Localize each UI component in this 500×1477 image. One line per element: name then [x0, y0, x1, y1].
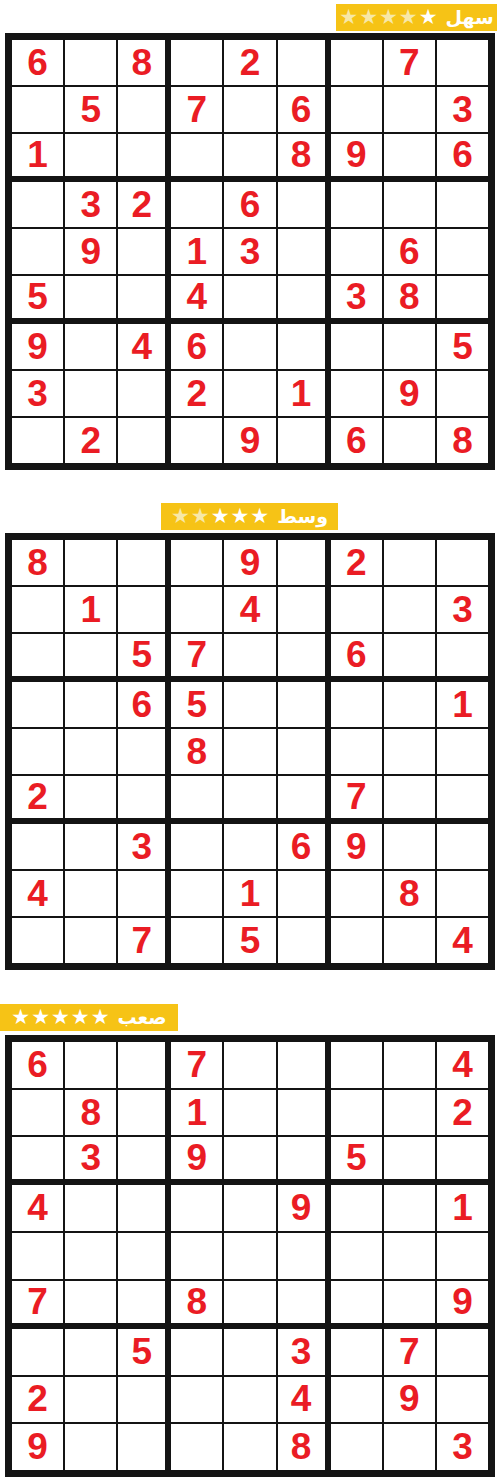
cell-easy-r5c8: 6 [383, 228, 436, 275]
cell-hard-r8c1: 2 [11, 1376, 64, 1424]
cell-hard-r4c8[interactable] [383, 1184, 436, 1232]
star-rating-medium: ★★★★★ [171, 506, 270, 527]
cell-hard-r2c8[interactable] [383, 1089, 436, 1137]
cell-easy-r7c5[interactable] [223, 323, 276, 370]
cell-hard-r5c3[interactable] [117, 1232, 170, 1280]
cell-easy-r8c8: 9 [383, 370, 436, 417]
cell-medium-r1c4[interactable] [170, 539, 223, 586]
cell-easy-r5c7[interactable] [330, 228, 383, 275]
cell-easy-r9c2: 2 [64, 417, 117, 464]
sudoku-grid-easy: 68275763189632691365438946532192968 [5, 33, 495, 470]
cell-medium-r7c4[interactable] [170, 823, 223, 870]
cell-hard-r9c7[interactable] [330, 1423, 383, 1471]
cell-medium-r7c1[interactable] [11, 823, 64, 870]
cell-easy-r6c8: 8 [383, 275, 436, 323]
difficulty-banner-medium: ★★★★★ وسط [161, 503, 338, 530]
cell-hard-r9c9: 3 [436, 1423, 489, 1471]
cell-hard-r6c4: 8 [170, 1280, 223, 1328]
cell-easy-r2c7[interactable] [330, 86, 383, 133]
cell-hard-r7c1[interactable] [11, 1328, 64, 1376]
cell-easy-r6c6[interactable] [277, 275, 330, 323]
cell-easy-r9c4[interactable] [170, 417, 223, 464]
cell-medium-r5c6[interactable] [277, 728, 330, 775]
cell-easy-r5c6[interactable] [277, 228, 330, 275]
cell-easy-r9c9: 8 [436, 417, 489, 464]
cell-easy-r2c8[interactable] [383, 86, 436, 133]
cell-medium-r8c1: 4 [11, 870, 64, 917]
star-filled-icon: ★ [11, 1005, 31, 1029]
cell-easy-r5c5: 3 [223, 228, 276, 275]
cell-medium-r1c3[interactable] [117, 539, 170, 586]
cell-medium-r2c1[interactable] [11, 586, 64, 633]
cell-medium-r4c5[interactable] [223, 681, 276, 728]
cell-hard-r9c6: 8 [277, 1423, 330, 1471]
cell-hard-r8c5[interactable] [223, 1376, 276, 1424]
cell-easy-r8c6: 1 [277, 370, 330, 417]
cell-medium-r4c1[interactable] [11, 681, 64, 728]
cell-medium-r9c3: 7 [117, 917, 170, 964]
cell-easy-r4c8[interactable] [383, 181, 436, 228]
cell-easy-r9c5: 9 [223, 417, 276, 464]
cell-easy-r8c9[interactable] [436, 370, 489, 417]
cell-easy-r1c8: 7 [383, 39, 436, 86]
cell-hard-r3c1[interactable] [11, 1136, 64, 1184]
cell-hard-r6c3[interactable] [117, 1280, 170, 1328]
cell-hard-r1c1: 6 [11, 1041, 64, 1089]
cell-medium-r8c3[interactable] [117, 870, 170, 917]
star-empty-icon: ★ [339, 5, 359, 29]
cell-easy-r9c6[interactable] [277, 417, 330, 464]
cell-easy-r5c9[interactable] [436, 228, 489, 275]
cell-medium-r2c9: 3 [436, 586, 489, 633]
cell-hard-r4c7[interactable] [330, 1184, 383, 1232]
cell-easy-r7c7[interactable] [330, 323, 383, 370]
cell-medium-r6c1: 2 [11, 775, 64, 823]
cell-easy-r7c1: 9 [11, 323, 64, 370]
cell-medium-r2c2: 1 [64, 586, 117, 633]
cell-hard-r7c8: 7 [383, 1328, 436, 1376]
cell-medium-r2c4[interactable] [170, 586, 223, 633]
cell-hard-r6c2[interactable] [64, 1280, 117, 1328]
cell-easy-r2c5[interactable] [223, 86, 276, 133]
cell-easy-r3c8[interactable] [383, 133, 436, 181]
cell-easy-r2c3[interactable] [117, 86, 170, 133]
sudoku-page: ★★★★★ سهل 682757631896326913654389465321… [0, 0, 500, 1477]
cell-easy-r8c3[interactable] [117, 370, 170, 417]
cell-hard-r9c2[interactable] [64, 1423, 117, 1471]
cell-easy-r7c9: 5 [436, 323, 489, 370]
cell-medium-r3c3: 5 [117, 633, 170, 681]
cell-easy-r4c5: 6 [223, 181, 276, 228]
difficulty-label-easy: سهل [445, 8, 493, 27]
cell-medium-r1c9[interactable] [436, 539, 489, 586]
cell-easy-r9c3[interactable] [117, 417, 170, 464]
cell-medium-r6c5[interactable] [223, 775, 276, 823]
cell-easy-r9c7: 6 [330, 417, 383, 464]
star-filled-icon: ★ [51, 1005, 71, 1029]
cell-hard-r1c5[interactable] [223, 1041, 276, 1089]
cell-medium-r4c7[interactable] [330, 681, 383, 728]
cell-easy-r5c2: 9 [64, 228, 117, 275]
cell-easy-r2c2: 5 [64, 86, 117, 133]
cell-medium-r6c8[interactable] [383, 775, 436, 823]
cell-medium-r9c4[interactable] [170, 917, 223, 964]
cell-medium-r8c2[interactable] [64, 870, 117, 917]
cell-hard-r6c7[interactable] [330, 1280, 383, 1328]
cell-medium-r5c9[interactable] [436, 728, 489, 775]
difficulty-banner-hard: ★★★★★ صعب [0, 1004, 178, 1031]
cell-easy-r1c3: 8 [117, 39, 170, 86]
cell-easy-r3c4[interactable] [170, 133, 223, 181]
difficulty-label-medium: وسط [277, 507, 328, 526]
cell-medium-r7c3: 3 [117, 823, 170, 870]
cell-medium-r5c4: 8 [170, 728, 223, 775]
cell-hard-r6c6[interactable] [277, 1280, 330, 1328]
cell-medium-r1c7: 2 [330, 539, 383, 586]
cell-medium-r8c5: 1 [223, 870, 276, 917]
cell-hard-r9c3[interactable] [117, 1423, 170, 1471]
star-empty-icon: ★ [171, 504, 191, 528]
cell-medium-r6c4[interactable] [170, 775, 223, 823]
cell-hard-r5c5[interactable] [223, 1232, 276, 1280]
cell-hard-r5c7[interactable] [330, 1232, 383, 1280]
cell-easy-r6c1: 5 [11, 275, 64, 323]
cell-medium-r9c6[interactable] [277, 917, 330, 964]
cell-medium-r2c8[interactable] [383, 586, 436, 633]
cell-hard-r2c4: 1 [170, 1089, 223, 1137]
cell-hard-r1c8[interactable] [383, 1041, 436, 1089]
cell-hard-r9c8[interactable] [383, 1423, 436, 1471]
cell-hard-r3c6[interactable] [277, 1136, 330, 1184]
cell-easy-r7c8[interactable] [383, 323, 436, 370]
cell-medium-r5c1[interactable] [11, 728, 64, 775]
cell-medium-r9c5: 5 [223, 917, 276, 964]
cell-medium-r8c4[interactable] [170, 870, 223, 917]
cell-medium-r6c2[interactable] [64, 775, 117, 823]
cell-hard-r6c9: 9 [436, 1280, 489, 1328]
cell-medium-r5c8[interactable] [383, 728, 436, 775]
cell-hard-r9c1: 9 [11, 1423, 64, 1471]
cell-medium-r7c6: 6 [277, 823, 330, 870]
cell-medium-r3c7: 6 [330, 633, 383, 681]
cell-medium-r7c9[interactable] [436, 823, 489, 870]
cell-hard-r7c4[interactable] [170, 1328, 223, 1376]
cell-easy-r8c1: 3 [11, 370, 64, 417]
sudoku-grid-hard: 674812395491789537249983 [5, 1035, 495, 1477]
cell-easy-r6c9[interactable] [436, 275, 489, 323]
cell-easy-r3c9: 6 [436, 133, 489, 181]
cell-hard-r1c9: 4 [436, 1041, 489, 1089]
cell-hard-r2c5[interactable] [223, 1089, 276, 1137]
cell-easy-r2c4: 7 [170, 86, 223, 133]
cell-medium-r4c3: 6 [117, 681, 170, 728]
cell-easy-r1c4[interactable] [170, 39, 223, 86]
cell-easy-r1c7[interactable] [330, 39, 383, 86]
cell-hard-r4c1: 4 [11, 1184, 64, 1232]
cell-hard-r4c4[interactable] [170, 1184, 223, 1232]
cell-hard-r2c2: 8 [64, 1089, 117, 1137]
cell-medium-r4c6[interactable] [277, 681, 330, 728]
star-filled-icon: ★ [31, 1005, 51, 1029]
cell-easy-r3c5[interactable] [223, 133, 276, 181]
cell-hard-r2c6[interactable] [277, 1089, 330, 1137]
cell-hard-r3c9[interactable] [436, 1136, 489, 1184]
cell-medium-r2c6[interactable] [277, 586, 330, 633]
cell-easy-r8c5[interactable] [223, 370, 276, 417]
cell-hard-r5c4[interactable] [170, 1232, 223, 1280]
cell-hard-r2c1[interactable] [11, 1089, 64, 1137]
cell-medium-r6c3[interactable] [117, 775, 170, 823]
cell-medium-r2c5: 4 [223, 586, 276, 633]
star-filled-icon: ★ [250, 504, 270, 528]
cell-easy-r6c7: 3 [330, 275, 383, 323]
cell-medium-r5c3[interactable] [117, 728, 170, 775]
cell-hard-r4c9: 1 [436, 1184, 489, 1232]
cell-easy-r7c6[interactable] [277, 323, 330, 370]
cell-easy-r1c5: 2 [223, 39, 276, 86]
cell-hard-r7c9[interactable] [436, 1328, 489, 1376]
cell-medium-r2c3[interactable] [117, 586, 170, 633]
cell-hard-r8c9[interactable] [436, 1376, 489, 1424]
star-empty-icon: ★ [191, 504, 211, 528]
cell-hard-r8c2[interactable] [64, 1376, 117, 1424]
cell-medium-r3c6[interactable] [277, 633, 330, 681]
cell-hard-r7c2[interactable] [64, 1328, 117, 1376]
cell-easy-r4c9[interactable] [436, 181, 489, 228]
cell-medium-r4c2[interactable] [64, 681, 117, 728]
cell-hard-r3c5[interactable] [223, 1136, 276, 1184]
cell-hard-r3c4: 9 [170, 1136, 223, 1184]
cell-hard-r8c4[interactable] [170, 1376, 223, 1424]
cell-medium-r5c7[interactable] [330, 728, 383, 775]
cell-medium-r4c4: 5 [170, 681, 223, 728]
cell-easy-r8c7[interactable] [330, 370, 383, 417]
cell-easy-r5c1[interactable] [11, 228, 64, 275]
star-rating-easy: ★★★★★ [339, 7, 438, 28]
cell-easy-r3c1: 1 [11, 133, 64, 181]
cell-hard-r9c4[interactable] [170, 1423, 223, 1471]
cell-hard-r4c6: 9 [277, 1184, 330, 1232]
cell-easy-r3c3[interactable] [117, 133, 170, 181]
cell-hard-r8c6: 4 [277, 1376, 330, 1424]
cell-hard-r4c2[interactable] [64, 1184, 117, 1232]
cell-medium-r3c8[interactable] [383, 633, 436, 681]
cell-hard-r2c7[interactable] [330, 1089, 383, 1137]
cell-easy-r8c2[interactable] [64, 370, 117, 417]
cell-medium-r2c7[interactable] [330, 586, 383, 633]
cell-easy-r7c2[interactable] [64, 323, 117, 370]
cell-hard-r5c8[interactable] [383, 1232, 436, 1280]
cell-hard-r4c5[interactable] [223, 1184, 276, 1232]
cell-medium-r9c7[interactable] [330, 917, 383, 964]
cell-easy-r2c1[interactable] [11, 86, 64, 133]
cell-hard-r7c6: 3 [277, 1328, 330, 1376]
cell-medium-r8c8: 8 [383, 870, 436, 917]
cell-hard-r2c9: 2 [436, 1089, 489, 1137]
cell-easy-r7c4: 6 [170, 323, 223, 370]
cell-medium-r7c8[interactable] [383, 823, 436, 870]
star-rating-hard: ★★★★★ [11, 1007, 110, 1028]
star-filled-icon: ★ [211, 504, 231, 528]
cell-easy-r5c4: 1 [170, 228, 223, 275]
cell-easy-r1c9[interactable] [436, 39, 489, 86]
cell-medium-r4c9: 1 [436, 681, 489, 728]
cell-hard-r6c1: 7 [11, 1280, 64, 1328]
cell-medium-r1c6[interactable] [277, 539, 330, 586]
cell-medium-r1c2[interactable] [64, 539, 117, 586]
cell-easy-r4c1[interactable] [11, 181, 64, 228]
difficulty-banner-easy: ★★★★★ سهل [336, 4, 497, 31]
cell-hard-r3c8[interactable] [383, 1136, 436, 1184]
cell-easy-r6c5[interactable] [223, 275, 276, 323]
cell-hard-r1c4: 7 [170, 1041, 223, 1089]
cell-easy-r3c6: 8 [277, 133, 330, 181]
cell-hard-r7c5[interactable] [223, 1328, 276, 1376]
cell-medium-r6c6[interactable] [277, 775, 330, 823]
cell-hard-r7c3: 5 [117, 1328, 170, 1376]
star-filled-icon: ★ [71, 1005, 91, 1029]
cell-hard-r7c7[interactable] [330, 1328, 383, 1376]
cell-medium-r3c5[interactable] [223, 633, 276, 681]
cell-easy-r4c3: 2 [117, 181, 170, 228]
cell-easy-r4c2: 3 [64, 181, 117, 228]
cell-medium-r8c9[interactable] [436, 870, 489, 917]
cell-easy-r6c2[interactable] [64, 275, 117, 323]
cell-medium-r9c1[interactable] [11, 917, 64, 964]
cell-medium-r5c5[interactable] [223, 728, 276, 775]
cell-easy-r1c6[interactable] [277, 39, 330, 86]
cell-medium-r8c6[interactable] [277, 870, 330, 917]
star-filled-icon: ★ [419, 5, 439, 29]
cell-medium-r3c2[interactable] [64, 633, 117, 681]
cell-easy-r4c7[interactable] [330, 181, 383, 228]
cell-hard-r3c2: 3 [64, 1136, 117, 1184]
cell-hard-r5c9[interactable] [436, 1232, 489, 1280]
cell-medium-r3c4: 7 [170, 633, 223, 681]
cell-easy-r2c9: 3 [436, 86, 489, 133]
cell-medium-r7c2[interactable] [64, 823, 117, 870]
cell-hard-r5c6[interactable] [277, 1232, 330, 1280]
cell-hard-r8c3[interactable] [117, 1376, 170, 1424]
cell-medium-r3c1[interactable] [11, 633, 64, 681]
cell-medium-r1c1: 8 [11, 539, 64, 586]
cell-hard-r1c3[interactable] [117, 1041, 170, 1089]
cell-easy-r9c1[interactable] [11, 417, 64, 464]
cell-hard-r5c1[interactable] [11, 1232, 64, 1280]
cell-hard-r3c3[interactable] [117, 1136, 170, 1184]
cell-hard-r6c5[interactable] [223, 1280, 276, 1328]
star-empty-icon: ★ [399, 5, 419, 29]
cell-medium-r1c5: 9 [223, 539, 276, 586]
cell-hard-r4c3[interactable] [117, 1184, 170, 1232]
cell-hard-r9c5[interactable] [223, 1423, 276, 1471]
cell-medium-r5c2[interactable] [64, 728, 117, 775]
cell-medium-r7c5[interactable] [223, 823, 276, 870]
star-empty-icon: ★ [379, 5, 399, 29]
star-filled-icon: ★ [91, 1005, 111, 1029]
cell-easy-r4c4[interactable] [170, 181, 223, 228]
cell-medium-r8c7[interactable] [330, 870, 383, 917]
cell-medium-r1c8[interactable] [383, 539, 436, 586]
star-empty-icon: ★ [359, 5, 379, 29]
cell-easy-r2c6: 6 [277, 86, 330, 133]
cell-hard-r3c7: 5 [330, 1136, 383, 1184]
cell-medium-r3c9[interactable] [436, 633, 489, 681]
cell-medium-r4c8[interactable] [383, 681, 436, 728]
star-filled-icon: ★ [230, 504, 250, 528]
difficulty-label-hard: صعب [117, 1008, 166, 1027]
cell-hard-r1c6[interactable] [277, 1041, 330, 1089]
cell-easy-r4c6[interactable] [277, 181, 330, 228]
cell-easy-r7c3: 4 [117, 323, 170, 370]
cell-easy-r1c2[interactable] [64, 39, 117, 86]
cell-easy-r5c3[interactable] [117, 228, 170, 275]
cell-easy-r9c8[interactable] [383, 417, 436, 464]
cell-easy-r3c2[interactable] [64, 133, 117, 181]
cell-hard-r1c7[interactable] [330, 1041, 383, 1089]
cell-hard-r8c8: 9 [383, 1376, 436, 1424]
cell-medium-r9c9: 4 [436, 917, 489, 964]
cell-easy-r8c4: 2 [170, 370, 223, 417]
cell-medium-r9c8[interactable] [383, 917, 436, 964]
cell-hard-r5c2[interactable] [64, 1232, 117, 1280]
cell-easy-r6c3[interactable] [117, 275, 170, 323]
cell-easy-r1c1: 6 [11, 39, 64, 86]
cell-medium-r6c7: 7 [330, 775, 383, 823]
cell-medium-r7c7: 9 [330, 823, 383, 870]
cell-hard-r6c8[interactable] [383, 1280, 436, 1328]
cell-hard-r8c7[interactable] [330, 1376, 383, 1424]
cell-medium-r6c9[interactable] [436, 775, 489, 823]
cell-hard-r2c3[interactable] [117, 1089, 170, 1137]
cell-hard-r1c2[interactable] [64, 1041, 117, 1089]
cell-easy-r3c7: 9 [330, 133, 383, 181]
sudoku-grid-medium: 892143576651827369418754 [5, 533, 495, 970]
cell-medium-r9c2[interactable] [64, 917, 117, 964]
cell-easy-r6c4: 4 [170, 275, 223, 323]
